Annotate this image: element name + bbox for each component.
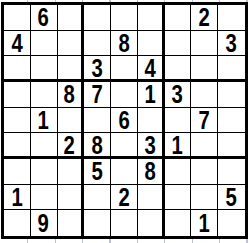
cell-r2c3[interactable] — [58, 31, 85, 57]
given-digit: 8 — [64, 82, 75, 107]
given-digit: 1 — [38, 108, 49, 133]
cell-r9c4[interactable] — [84, 210, 111, 236]
given-digit: 3 — [172, 82, 183, 107]
given-digit: 8 — [92, 133, 103, 157]
cell-r3c4[interactable]: 3 — [84, 56, 111, 82]
cell-r3c2[interactable] — [31, 56, 58, 82]
cell-r1c1[interactable] — [4, 5, 31, 31]
cell-r8c2[interactable] — [31, 185, 58, 211]
cell-r4c9[interactable] — [218, 82, 245, 108]
cell-r1c3[interactable] — [58, 5, 85, 31]
cell-r1c7[interactable] — [165, 5, 192, 31]
cell-r4c3[interactable]: 8 — [58, 82, 85, 108]
cell-r2c8[interactable] — [191, 31, 218, 57]
cell-r8c6[interactable] — [138, 185, 165, 211]
cell-r9c1[interactable] — [4, 210, 31, 236]
given-digit: 1 — [199, 210, 210, 236]
cell-r6c7[interactable]: 1 — [165, 133, 192, 159]
sudoku-board: 6248334871316728315812591 — [1, 2, 248, 239]
cell-r8c3[interactable] — [58, 185, 85, 211]
cell-r3c6[interactable]: 4 — [138, 56, 165, 82]
given-digit: 5 — [226, 185, 237, 210]
cell-r1c8[interactable]: 2 — [191, 5, 218, 31]
cell-r9c8[interactable]: 1 — [191, 210, 218, 236]
given-digit: 9 — [38, 210, 49, 236]
cell-r1c5[interactable] — [111, 5, 138, 31]
cell-r3c5[interactable] — [111, 56, 138, 82]
cell-r5c2[interactable]: 1 — [31, 108, 58, 134]
cell-r1c9[interactable] — [218, 5, 245, 31]
given-digit: 3 — [144, 133, 155, 157]
cell-r4c4[interactable]: 7 — [84, 82, 111, 108]
cell-r9c9[interactable] — [218, 210, 245, 236]
given-digit: 3 — [92, 56, 103, 80]
given-digit: 1 — [144, 82, 155, 107]
cell-r6c2[interactable] — [31, 133, 58, 159]
cell-r2c5[interactable]: 8 — [111, 31, 138, 57]
cell-r1c2[interactable]: 6 — [31, 5, 58, 31]
cell-r4c5[interactable] — [111, 82, 138, 108]
given-digit: 3 — [226, 31, 237, 56]
given-digit: 6 — [118, 108, 129, 133]
spreadsheet-gridline-ticks-bottom — [1, 239, 248, 243]
given-digit: 1 — [11, 185, 22, 210]
cell-r4c1[interactable] — [4, 82, 31, 108]
cell-r6c3[interactable]: 2 — [58, 133, 85, 159]
cell-r6c6[interactable]: 3 — [138, 133, 165, 159]
cell-r4c7[interactable]: 3 — [165, 82, 192, 108]
cell-r2c7[interactable] — [165, 31, 192, 57]
cell-r3c8[interactable] — [191, 56, 218, 82]
cell-r9c5[interactable] — [111, 210, 138, 236]
cell-r2c9[interactable]: 3 — [218, 31, 245, 57]
cell-r6c4[interactable]: 8 — [84, 133, 111, 159]
cell-r8c9[interactable]: 5 — [218, 185, 245, 211]
cell-r6c8[interactable] — [191, 133, 218, 159]
cell-r3c1[interactable] — [4, 56, 31, 82]
cell-r7c6[interactable]: 8 — [138, 159, 165, 185]
cell-r6c1[interactable] — [4, 133, 31, 159]
given-digit: 8 — [144, 159, 155, 184]
cell-r7c2[interactable] — [31, 159, 58, 185]
cell-r5c8[interactable]: 7 — [191, 108, 218, 134]
cell-r7c1[interactable] — [4, 159, 31, 185]
given-digit: 4 — [144, 56, 155, 80]
cell-r5c6[interactable] — [138, 108, 165, 134]
cell-r2c6[interactable] — [138, 31, 165, 57]
given-digit: 7 — [199, 108, 210, 133]
cell-r7c4[interactable]: 5 — [84, 159, 111, 185]
cell-r6c5[interactable] — [111, 133, 138, 159]
cell-r5c4[interactable] — [84, 108, 111, 134]
cell-r1c6[interactable] — [138, 5, 165, 31]
given-digit: 2 — [199, 5, 210, 30]
cell-r7c8[interactable] — [191, 159, 218, 185]
cell-r7c3[interactable] — [58, 159, 85, 185]
sudoku-page: 6248334871316728315812591 — [0, 0, 249, 243]
given-digit: 2 — [118, 185, 129, 210]
cell-r4c2[interactable] — [31, 82, 58, 108]
cell-r5c7[interactable] — [165, 108, 192, 134]
cell-r3c9[interactable] — [218, 56, 245, 82]
cell-r8c1[interactable]: 1 — [4, 185, 31, 211]
given-digit: 7 — [92, 82, 103, 107]
cell-r8c7[interactable] — [165, 185, 192, 211]
cell-r5c1[interactable] — [4, 108, 31, 134]
given-digit: 8 — [118, 31, 129, 56]
cell-r3c3[interactable] — [58, 56, 85, 82]
given-digit: 5 — [92, 159, 103, 184]
cell-r2c4[interactable] — [84, 31, 111, 57]
cell-r3c7[interactable] — [165, 56, 192, 82]
cell-r7c5[interactable] — [111, 159, 138, 185]
cell-r5c3[interactable] — [58, 108, 85, 134]
cell-r1c4[interactable] — [84, 5, 111, 31]
cell-r4c6[interactable]: 1 — [138, 82, 165, 108]
cell-r2c2[interactable] — [31, 31, 58, 57]
cell-r9c2[interactable]: 9 — [31, 210, 58, 236]
cell-r8c4[interactable] — [84, 185, 111, 211]
given-digit: 4 — [11, 31, 22, 56]
cell-r5c5[interactable]: 6 — [111, 108, 138, 134]
cell-r4c8[interactable] — [191, 82, 218, 108]
given-digit: 2 — [64, 133, 75, 157]
cell-r9c6[interactable] — [138, 210, 165, 236]
cell-r6c9[interactable] — [218, 133, 245, 159]
cell-r9c3[interactable] — [58, 210, 85, 236]
cell-r2c1[interactable]: 4 — [4, 31, 31, 57]
cell-r9c7[interactable] — [165, 210, 192, 236]
cell-r7c7[interactable] — [165, 159, 192, 185]
cell-r5c9[interactable] — [218, 108, 245, 134]
given-digit: 1 — [172, 133, 183, 157]
cell-r8c8[interactable] — [191, 185, 218, 211]
given-digit: 6 — [38, 5, 49, 30]
cell-r8c5[interactable]: 2 — [111, 185, 138, 211]
cell-r7c9[interactable] — [218, 159, 245, 185]
